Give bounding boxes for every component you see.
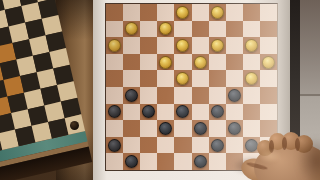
board-square-r7c4[interactable] bbox=[157, 104, 174, 121]
board-square-r6c4[interactable] bbox=[157, 87, 174, 104]
board-square-r4c8[interactable] bbox=[226, 54, 243, 71]
board-square-r6c1[interactable] bbox=[106, 87, 123, 104]
piece-black[interactable] bbox=[142, 105, 155, 118]
board-square-r3c7[interactable] bbox=[209, 37, 226, 54]
board-square-r4c5[interactable] bbox=[174, 54, 191, 71]
board-square-r4c2[interactable] bbox=[123, 54, 140, 71]
board-square-r9c4[interactable] bbox=[157, 137, 174, 154]
board-square-r1c6[interactable] bbox=[192, 4, 209, 21]
board-square-r5c7[interactable] bbox=[209, 70, 226, 87]
piece-black[interactable] bbox=[211, 105, 224, 118]
piece-black[interactable] bbox=[108, 139, 121, 152]
board-square-r9c2[interactable] bbox=[123, 137, 140, 154]
piece-black[interactable] bbox=[159, 122, 172, 135]
piece-white[interactable] bbox=[176, 6, 189, 19]
board-square-r3c9[interactable] bbox=[243, 37, 260, 54]
board-square-r2c4[interactable] bbox=[157, 21, 174, 38]
board-square-r2c2[interactable] bbox=[123, 21, 140, 38]
board-square-r9c3[interactable] bbox=[140, 137, 157, 154]
board-square-r4c4[interactable] bbox=[157, 54, 174, 71]
board-square-r3c10[interactable] bbox=[260, 37, 277, 54]
board-square-r10c5[interactable] bbox=[174, 153, 191, 170]
board-square-r4c7[interactable] bbox=[209, 54, 226, 71]
board-square-r7c8[interactable] bbox=[226, 104, 243, 121]
board-square-r8c5[interactable] bbox=[174, 120, 191, 137]
piece-black[interactable] bbox=[176, 105, 189, 118]
board-square-r1c10[interactable] bbox=[260, 4, 277, 21]
piece-white[interactable] bbox=[159, 56, 172, 69]
board-square-r3c6[interactable] bbox=[192, 37, 209, 54]
board-square-r5c3[interactable] bbox=[140, 70, 157, 87]
board-square-r7c1[interactable] bbox=[106, 104, 123, 121]
board-square-r9c7[interactable] bbox=[209, 137, 226, 154]
board-square-r2c5[interactable] bbox=[174, 21, 191, 38]
piece-white[interactable] bbox=[245, 72, 258, 85]
board-square-r1c8[interactable] bbox=[226, 4, 243, 21]
board-square-r2c1[interactable] bbox=[106, 21, 123, 38]
board-square-r10c2[interactable] bbox=[123, 153, 140, 170]
board-square-r6c2[interactable] bbox=[123, 87, 140, 104]
piece-black[interactable] bbox=[211, 139, 224, 152]
board-square-r4c3[interactable] bbox=[140, 54, 157, 71]
board-square-r3c1[interactable] bbox=[106, 37, 123, 54]
board-square-r4c6[interactable] bbox=[192, 54, 209, 71]
piece-black[interactable] bbox=[125, 155, 138, 168]
board-square-r1c2[interactable] bbox=[123, 4, 140, 21]
board-square-r2c8[interactable] bbox=[226, 21, 243, 38]
board-square-r2c6[interactable] bbox=[192, 21, 209, 38]
board-square-r6c6[interactable] bbox=[192, 87, 209, 104]
board-square-r7c5[interactable] bbox=[174, 104, 191, 121]
board-square-r10c4[interactable] bbox=[157, 153, 174, 170]
board-square-r5c2[interactable] bbox=[123, 70, 140, 87]
board-square-r8c2[interactable] bbox=[123, 120, 140, 137]
board-square-r6c9[interactable] bbox=[243, 87, 260, 104]
piece-white[interactable] bbox=[159, 22, 172, 35]
board-square-r7c3[interactable] bbox=[140, 104, 157, 121]
board-square-r1c3[interactable] bbox=[140, 4, 157, 21]
board-square-r1c1[interactable] bbox=[106, 4, 123, 21]
board-square-r4c10[interactable] bbox=[260, 54, 277, 71]
board-square-r2c10[interactable] bbox=[260, 21, 277, 38]
piece-black[interactable] bbox=[108, 105, 121, 118]
board-square-r7c6[interactable] bbox=[192, 104, 209, 121]
board-square-r3c5[interactable] bbox=[174, 37, 191, 54]
board-square-r9c1[interactable] bbox=[106, 137, 123, 154]
board-square-r6c8[interactable] bbox=[226, 87, 243, 104]
divider-knob bbox=[70, 121, 79, 130]
board-square-r1c9[interactable] bbox=[243, 4, 260, 21]
board-square-r10c6[interactable] bbox=[192, 153, 209, 170]
hand-crease bbox=[282, 137, 287, 150]
board-square-r5c5[interactable] bbox=[174, 70, 191, 87]
board-square-r5c4[interactable] bbox=[157, 70, 174, 87]
board-square-r3c4[interactable] bbox=[157, 37, 174, 54]
piece-white[interactable] bbox=[176, 72, 189, 85]
board-square-r3c8[interactable] bbox=[226, 37, 243, 54]
board-square-r10c1[interactable] bbox=[106, 153, 123, 170]
board-square-r6c3[interactable] bbox=[140, 87, 157, 104]
board-square-r5c6[interactable] bbox=[192, 70, 209, 87]
piece-white[interactable] bbox=[211, 6, 224, 19]
board-square-r9c6[interactable] bbox=[192, 137, 209, 154]
board-square-r1c4[interactable] bbox=[157, 4, 174, 21]
board-square-r5c9[interactable] bbox=[243, 70, 260, 87]
door-panel-seam bbox=[300, 94, 320, 96]
board-square-r7c9[interactable] bbox=[243, 104, 260, 121]
board-square-r4c9[interactable] bbox=[243, 54, 260, 71]
piece-black[interactable] bbox=[228, 89, 241, 102]
hand bbox=[238, 124, 320, 180]
piece-white[interactable] bbox=[194, 56, 207, 69]
board-square-r8c7[interactable] bbox=[209, 120, 226, 137]
piece-white[interactable] bbox=[262, 56, 275, 69]
board-square-r4c1[interactable] bbox=[106, 54, 123, 71]
board-square-r10c3[interactable] bbox=[140, 153, 157, 170]
board-square-r2c3[interactable] bbox=[140, 21, 157, 38]
piece-white[interactable] bbox=[245, 39, 258, 52]
board-square-r9c5[interactable] bbox=[174, 137, 191, 154]
board-square-r7c10[interactable] bbox=[260, 104, 277, 121]
piece-black[interactable] bbox=[194, 122, 207, 135]
board-square-r5c10[interactable] bbox=[260, 70, 277, 87]
board-square-r8c4[interactable] bbox=[157, 120, 174, 137]
piece-black[interactable] bbox=[125, 89, 138, 102]
board-square-r3c3[interactable] bbox=[140, 37, 157, 54]
piece-black[interactable] bbox=[194, 155, 207, 168]
piece-white[interactable] bbox=[108, 39, 121, 52]
piece-white[interactable] bbox=[176, 39, 189, 52]
piece-white[interactable] bbox=[211, 39, 224, 52]
board-square-r6c10[interactable] bbox=[260, 87, 277, 104]
board-square-r5c8[interactable] bbox=[226, 70, 243, 87]
hand-highlight bbox=[258, 149, 282, 163]
board-square-r7c2[interactable] bbox=[123, 104, 140, 121]
board-square-r6c7[interactable] bbox=[209, 87, 226, 104]
board-square-r2c7[interactable] bbox=[209, 21, 226, 38]
board-square-r8c6[interactable] bbox=[192, 120, 209, 137]
board-square-r5c1[interactable] bbox=[106, 70, 123, 87]
board-square-r6c5[interactable] bbox=[174, 87, 191, 104]
board-square-r7c7[interactable] bbox=[209, 104, 226, 121]
board-square-r2c9[interactable] bbox=[243, 21, 260, 38]
board-square-r3c2[interactable] bbox=[123, 37, 140, 54]
board-square-r10c7[interactable] bbox=[209, 153, 226, 170]
board-square-r8c1[interactable] bbox=[106, 120, 123, 137]
board-square-r1c5[interactable] bbox=[174, 4, 191, 21]
photo-scene bbox=[0, 0, 320, 180]
piece-white[interactable] bbox=[125, 22, 138, 35]
board-square-r8c3[interactable] bbox=[140, 120, 157, 137]
board-square-r1c7[interactable] bbox=[209, 4, 226, 21]
